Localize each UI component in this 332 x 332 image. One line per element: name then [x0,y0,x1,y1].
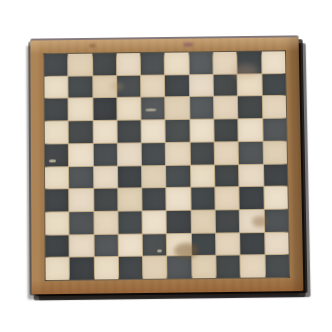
square-r8-c1-light [45,212,69,234]
square-r2-c4-dark [117,75,140,97]
square-r5-c5-dark [142,143,166,165]
square-r4-c4-dark [117,121,140,143]
square-r9-c6-light [167,233,191,255]
square-r10-c7-light [192,256,216,278]
square-r4-c8-dark [214,119,238,141]
square-r6-c8-dark [215,165,239,187]
square-r10-c4-dark [119,257,143,279]
square-r1-c1-dark [44,54,67,76]
photo-background [0,0,332,332]
checkerboard [43,50,290,281]
square-r1-c9-dark [238,52,262,74]
square-r9-c4-light [119,234,143,256]
square-r3-c10-light [263,96,287,118]
square-r10-c9-light [241,255,265,277]
square-r5-c3-dark [93,143,116,165]
square-r8-c3-light [94,212,118,234]
square-r4-c1-light [45,121,68,143]
square-r2-c2-dark [69,76,92,98]
square-r1-c2-light [68,54,91,76]
square-r4-c9-light [239,119,263,141]
square-r4-c2-dark [69,121,92,143]
square-r6-c2-dark [69,166,92,188]
square-r9-c9-dark [240,233,264,255]
purple-smudge [183,42,193,46]
square-r5-c8-light [215,142,239,164]
square-r9-c2-light [70,235,94,257]
square-r9-c7-dark [192,233,216,255]
square-r1-c7-dark [189,52,212,74]
square-r6-c1-light [45,167,68,189]
square-r7-c1-dark [45,189,68,211]
wooden-frame [30,37,303,294]
square-r5-c9-dark [239,142,263,164]
square-r1-c4-light [117,53,140,75]
square-r4-c5-light [142,120,166,142]
square-r3-c3-dark [93,98,116,120]
square-r9-c5-dark [143,234,167,256]
square-r9-c1-dark [45,235,69,257]
square-r10-c5-light [143,257,167,279]
square-r7-c6-light [167,188,191,210]
square-r6-c4-dark [118,166,142,188]
square-r8-c5-light [143,211,167,233]
square-r9-c3-dark [94,234,118,256]
square-r2-c3-light [93,76,116,98]
square-r1-c6-light [165,52,188,74]
square-r2-c6-dark [165,75,188,97]
square-r2-c10-dark [262,74,286,96]
square-r6-c7-light [191,165,215,187]
square-r5-c4-light [118,143,142,165]
square-r8-c6-dark [167,211,191,233]
checkers-board-photo [30,37,303,294]
square-r6-c3-light [94,166,118,188]
square-r6-c9-light [239,164,263,186]
wood-knot [89,43,96,47]
square-r7-c7-dark [191,188,215,210]
square-r3-c9-dark [238,97,262,119]
square-r8-c10-dark [264,209,288,231]
square-r7-c4-light [118,188,142,210]
square-r10-c2-dark [70,258,94,280]
square-r2-c9-light [238,74,262,96]
square-r9-c10-light [265,232,289,254]
square-r7-c8-light [215,187,239,209]
square-r2-c8-dark [214,74,238,96]
square-r10-c6-dark [168,256,192,278]
square-r4-c7-light [190,120,214,142]
square-r10-c10-dark [265,255,289,277]
square-r8-c8-dark [216,210,240,232]
square-r3-c6-light [166,97,190,119]
square-r3-c8-light [214,97,238,119]
square-r3-c5-dark [141,98,164,120]
square-r9-c8-light [216,233,240,255]
square-r10-c8-dark [216,256,240,278]
square-r6-c5-light [142,166,166,188]
square-r5-c1-dark [45,144,68,166]
square-r4-c6-dark [166,120,190,142]
square-r7-c3-dark [94,189,118,211]
square-r8-c9-light [240,210,264,232]
square-r8-c2-dark [70,212,94,234]
square-r4-c3-light [93,121,116,143]
square-r10-c1-light [46,258,70,280]
square-r1-c10-light [262,51,286,73]
square-r3-c7-dark [190,97,214,119]
square-r5-c10-light [263,141,287,163]
square-r7-c9-dark [240,187,264,209]
square-r1-c3-dark [93,53,116,75]
square-r6-c6-dark [166,165,190,187]
square-r2-c1-light [44,76,67,98]
square-r8-c7-light [191,210,215,232]
square-r3-c2-light [69,99,92,121]
square-r5-c6-light [166,143,190,165]
square-r6-c10-dark [264,164,288,186]
square-r5-c7-dark [190,142,214,164]
square-r4-c10-dark [263,119,287,141]
square-r8-c4-dark [118,211,142,233]
square-r7-c2-light [69,189,93,211]
square-r1-c8-light [213,52,237,74]
square-r1-c5-dark [141,53,164,75]
square-r3-c4-light [117,98,140,120]
square-r5-c2-light [69,144,92,166]
square-r7-c10-light [264,187,288,209]
square-r2-c5-light [141,75,164,97]
square-r2-c7-light [190,75,214,97]
square-r7-c5-dark [142,188,166,210]
square-r3-c1-dark [45,99,68,121]
square-r10-c3-light [94,257,118,279]
